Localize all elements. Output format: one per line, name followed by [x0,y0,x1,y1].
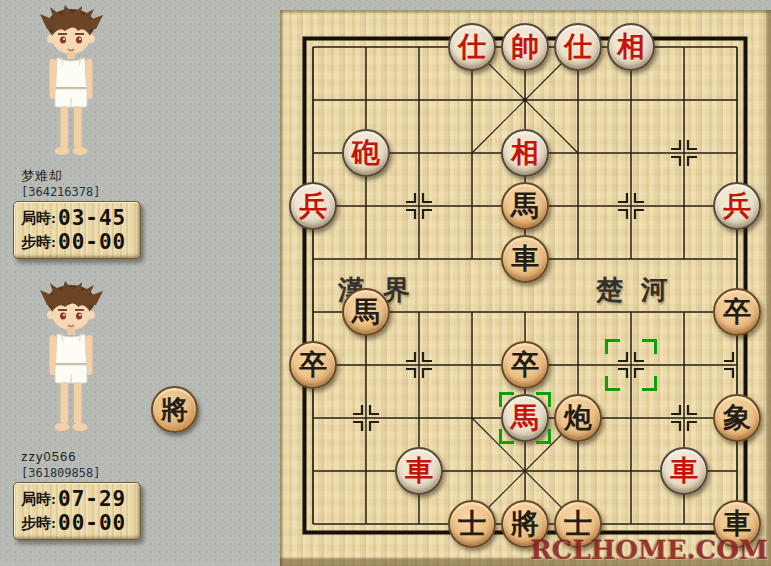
player1-game-time: 03-45 [58,205,126,230]
move-time-label: 步時: [21,514,56,533]
piece-black-卒-f4r6[interactable]: 卒 [501,341,549,389]
piece-black-象-f8r7[interactable]: 象 [713,394,761,442]
player2-avatar [32,281,110,441]
xiangqi-board[interactable]: 漢界 楚河 仕帥仕相砲相兵兵馬車馬卒卒卒馬炮象車車士將士車 RCLHOME.CO… [280,10,771,566]
piece-red-馬-f4r7[interactable]: 馬 [501,394,549,442]
player1-avatar [32,5,110,165]
player2-game-time: 07-29 [58,486,126,511]
player2-id: [361809858] [21,466,100,480]
game-time-label: 局時: [21,490,56,509]
piece-red-兵-f0r3[interactable]: 兵 [289,182,337,230]
black-side-token: 將 [151,386,198,433]
piece-black-馬-f1r5[interactable]: 馬 [342,288,390,336]
player1-clock: 局時: 03-45 步時: 00-00 [13,201,141,259]
piece-black-炮-f5r7[interactable]: 炮 [554,394,602,442]
player2-move-time: 00-00 [58,510,126,535]
piece-black-卒-f0r6[interactable]: 卒 [289,341,337,389]
piece-black-車-f4r4[interactable]: 車 [501,235,549,283]
piece-red-相-f6r0[interactable]: 相 [607,23,655,71]
piece-red-仕-f5r0[interactable]: 仕 [554,23,602,71]
piece-red-帥-f4r0[interactable]: 帥 [501,23,549,71]
piece-red-車-f7r8[interactable]: 車 [660,447,708,495]
player1-move-time: 00-00 [58,229,126,254]
piece-black-卒-f8r5[interactable]: 卒 [713,288,761,336]
player2-name: zzy0566 [21,449,76,464]
piece-red-砲-f1r2[interactable]: 砲 [342,129,390,177]
piece-red-相-f4r2[interactable]: 相 [501,129,549,177]
player1-id: [364216378] [21,185,100,199]
piece-black-士-f3r9[interactable]: 士 [448,500,496,548]
game-time-label: 局時: [21,209,56,228]
piece-red-仕-f3r0[interactable]: 仕 [448,23,496,71]
piece-black-馬-f4r3[interactable]: 馬 [501,182,549,230]
river-label-chuhe: 楚河 [596,272,686,308]
move-time-label: 步時: [21,233,56,252]
site-watermark: RCLHOME.COM [530,535,768,565]
xiangqi-game-window: 梦难却 [364216378] 局時: 03-45 步時: 00-00 zzy0… [0,0,771,566]
piece-red-兵-f8r3[interactable]: 兵 [713,182,761,230]
player-panel: 梦难却 [364216378] 局時: 03-45 步時: 00-00 zzy0… [0,0,280,566]
player2-clock: 局時: 07-29 步時: 00-00 [13,482,141,540]
piece-red-車-f2r8[interactable]: 車 [395,447,443,495]
player1-name: 梦难却 [21,167,63,185]
